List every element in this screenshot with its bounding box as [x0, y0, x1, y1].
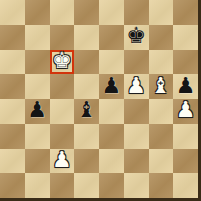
square-e1[interactable]	[99, 173, 124, 198]
square-h4[interactable]: ♟	[173, 99, 198, 124]
square-d6[interactable]	[74, 50, 99, 75]
white-bishop[interactable]: ♝	[151, 75, 171, 97]
square-a4[interactable]	[0, 99, 25, 124]
square-b4[interactable]: ♟	[25, 99, 50, 124]
square-e5[interactable]: ♟	[99, 74, 124, 99]
square-c4[interactable]	[50, 99, 75, 124]
square-g6[interactable]	[149, 50, 174, 75]
square-f4[interactable]	[124, 99, 149, 124]
square-d7[interactable]	[74, 25, 99, 50]
square-h5[interactable]: ♟	[173, 74, 198, 99]
square-g5[interactable]: ♝	[149, 74, 174, 99]
white-pawn[interactable]: ♟	[126, 75, 146, 97]
square-d8[interactable]	[74, 0, 99, 25]
square-h6[interactable]	[173, 50, 198, 75]
square-e6[interactable]	[99, 50, 124, 75]
square-a2[interactable]	[0, 149, 25, 174]
square-b1[interactable]	[25, 173, 50, 198]
square-b3[interactable]	[25, 124, 50, 149]
square-c5[interactable]	[50, 74, 75, 99]
square-d2[interactable]	[74, 149, 99, 174]
square-h2[interactable]	[173, 149, 198, 174]
square-g7[interactable]	[149, 25, 174, 50]
square-f5[interactable]: ♟	[124, 74, 149, 99]
square-f2[interactable]	[124, 149, 149, 174]
white-pawn[interactable]: ♟	[176, 99, 196, 121]
square-f7[interactable]: ♚	[124, 25, 149, 50]
white-pawn[interactable]: ♟	[52, 149, 72, 171]
square-c6-last-move-highlight[interactable]: ♚	[50, 50, 75, 75]
black-pawn[interactable]: ♟	[102, 75, 122, 97]
square-g3[interactable]	[149, 124, 174, 149]
square-c3[interactable]	[50, 124, 75, 149]
square-f3[interactable]	[124, 124, 149, 149]
square-b5[interactable]	[25, 74, 50, 99]
square-d4[interactable]: ♝	[74, 99, 99, 124]
square-a1[interactable]	[0, 173, 25, 198]
black-pawn[interactable]: ♟	[176, 75, 196, 97]
square-d3[interactable]	[74, 124, 99, 149]
square-e4[interactable]	[99, 99, 124, 124]
square-d1[interactable]	[74, 173, 99, 198]
white-king[interactable]: ♚	[52, 50, 72, 72]
square-b7[interactable]	[25, 25, 50, 50]
square-g2[interactable]	[149, 149, 174, 174]
square-b2[interactable]	[25, 149, 50, 174]
square-f6[interactable]	[124, 50, 149, 75]
square-f8[interactable]	[124, 0, 149, 25]
square-b6[interactable]	[25, 50, 50, 75]
chess-board-frame: ♚♚♟♟♝♟♟♝♟♟	[0, 0, 201, 201]
square-a3[interactable]	[0, 124, 25, 149]
square-e3[interactable]	[99, 124, 124, 149]
square-c7[interactable]	[50, 25, 75, 50]
square-e2[interactable]	[99, 149, 124, 174]
square-a6[interactable]	[0, 50, 25, 75]
square-d5[interactable]	[74, 74, 99, 99]
square-c2[interactable]: ♟	[50, 149, 75, 174]
square-h3[interactable]	[173, 124, 198, 149]
square-a7[interactable]	[0, 25, 25, 50]
square-b8[interactable]	[25, 0, 50, 25]
square-h8[interactable]	[173, 0, 198, 25]
chess-board: ♚♚♟♟♝♟♟♝♟♟	[0, 0, 198, 198]
black-king[interactable]: ♚	[126, 25, 146, 47]
square-g1[interactable]	[149, 173, 174, 198]
square-g4[interactable]	[149, 99, 174, 124]
square-e8[interactable]	[99, 0, 124, 25]
black-pawn[interactable]: ♟	[27, 99, 47, 121]
square-a5[interactable]	[0, 74, 25, 99]
black-bishop[interactable]: ♝	[77, 99, 97, 121]
square-g8[interactable]	[149, 0, 174, 25]
square-c1[interactable]	[50, 173, 75, 198]
square-a8[interactable]	[0, 0, 25, 25]
square-f1[interactable]	[124, 173, 149, 198]
square-e7[interactable]	[99, 25, 124, 50]
square-h7[interactable]	[173, 25, 198, 50]
square-c8[interactable]	[50, 0, 75, 25]
square-h1[interactable]	[173, 173, 198, 198]
